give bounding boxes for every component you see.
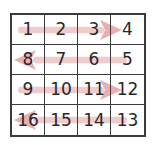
grid-board: 1 2 3 4 8 7 6 5 9 10 11 12 16 15 14 13 bbox=[10, 13, 146, 137]
grid-cell-r3c4: 12 bbox=[111, 75, 144, 105]
grid-cell-r1c3: 3 bbox=[78, 15, 111, 45]
grid-cell-r1c4: 4 bbox=[111, 15, 144, 45]
number-grid: 1 2 3 4 8 7 6 5 9 10 11 12 16 15 14 13 bbox=[12, 15, 144, 135]
grid-cell-r2c1: 8 bbox=[12, 45, 45, 75]
grid-cell-r3c2: 10 bbox=[45, 75, 78, 105]
grid-cell-r4c4: 13 bbox=[111, 105, 144, 135]
grid-cell-r2c3: 6 bbox=[78, 45, 111, 75]
grid-cell-r4c2: 15 bbox=[45, 105, 78, 135]
grid-cell-r4c3: 14 bbox=[78, 105, 111, 135]
grid-cell-r3c1: 9 bbox=[12, 75, 45, 105]
grid-cell-r3c3: 11 bbox=[78, 75, 111, 105]
grid-cell-r2c2: 7 bbox=[45, 45, 78, 75]
grid-cell-r1c1: 1 bbox=[12, 15, 45, 45]
grid-cell-r1c2: 2 bbox=[45, 15, 78, 45]
grid-cell-r2c4: 5 bbox=[111, 45, 144, 75]
grid-cell-r4c1: 16 bbox=[12, 105, 45, 135]
page-background: 1 2 3 4 8 7 6 5 9 10 11 12 16 15 14 13 bbox=[0, 0, 155, 145]
